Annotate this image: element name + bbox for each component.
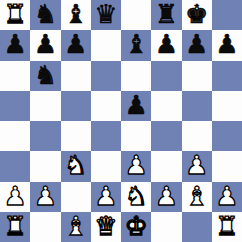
square-f3[interactable] xyxy=(151,151,181,181)
square-a1[interactable]: ♜ xyxy=(0,212,30,242)
square-d4[interactable] xyxy=(91,121,121,151)
black-pawn[interactable]: ♟ xyxy=(155,30,178,59)
square-b3[interactable] xyxy=(30,151,60,181)
square-g2[interactable]: ♝ xyxy=(182,182,212,212)
square-a2[interactable]: ♟ xyxy=(0,182,30,212)
square-c5[interactable] xyxy=(61,91,91,121)
square-g1[interactable] xyxy=(182,212,212,242)
square-d5[interactable] xyxy=(91,91,121,121)
square-e1[interactable]: ♚ xyxy=(121,212,151,242)
white-pawn[interactable]: ♟ xyxy=(124,151,147,180)
white-pawn[interactable]: ♟ xyxy=(215,182,238,211)
white-bishop[interactable]: ♝ xyxy=(185,182,208,211)
black-bishop[interactable]: ♝ xyxy=(64,0,87,29)
square-c4[interactable] xyxy=(61,121,91,151)
square-d6[interactable] xyxy=(91,61,121,91)
square-a8[interactable]: ♜ xyxy=(0,0,30,30)
white-rook[interactable]: ♜ xyxy=(3,0,26,29)
black-knight[interactable]: ♞ xyxy=(34,0,57,29)
white-king[interactable]: ♚ xyxy=(124,212,147,241)
square-e6[interactable] xyxy=(121,61,151,91)
square-h1[interactable]: ♜ xyxy=(212,212,242,242)
square-a6[interactable] xyxy=(0,61,30,91)
square-g3[interactable]: ♟ xyxy=(182,151,212,181)
square-g6[interactable] xyxy=(182,61,212,91)
square-d7[interactable] xyxy=(91,30,121,60)
square-f4[interactable] xyxy=(151,121,181,151)
square-b2[interactable]: ♟ xyxy=(30,182,60,212)
square-a5[interactable] xyxy=(0,91,30,121)
black-rook[interactable]: ♜ xyxy=(155,0,178,29)
black-queen[interactable]: ♛ xyxy=(94,0,117,29)
square-g8[interactable]: ♚ xyxy=(182,0,212,30)
square-d8[interactable]: ♛ xyxy=(91,0,121,30)
square-f7[interactable]: ♟ xyxy=(151,30,181,60)
square-d3[interactable] xyxy=(91,151,121,181)
square-c3[interactable]: ♞ xyxy=(61,151,91,181)
white-knight[interactable]: ♞ xyxy=(64,151,87,180)
square-c7[interactable]: ♟ xyxy=(61,30,91,60)
black-pawn[interactable]: ♟ xyxy=(124,91,147,120)
square-c6[interactable] xyxy=(61,61,91,91)
square-f8[interactable]: ♜ xyxy=(151,0,181,30)
square-h3[interactable] xyxy=(212,151,242,181)
square-a4[interactable] xyxy=(0,121,30,151)
square-b8[interactable]: ♞ xyxy=(30,0,60,30)
square-h8[interactable] xyxy=(212,0,242,30)
square-b6[interactable]: ♞ xyxy=(30,61,60,91)
black-bishop[interactable]: ♝ xyxy=(124,30,147,59)
square-e4[interactable] xyxy=(121,121,151,151)
square-h6[interactable] xyxy=(212,61,242,91)
black-pawn[interactable]: ♟ xyxy=(185,30,208,59)
black-pawn[interactable]: ♟ xyxy=(64,30,87,59)
square-g4[interactable] xyxy=(182,121,212,151)
square-c1[interactable]: ♝ xyxy=(61,212,91,242)
black-pawn[interactable]: ♟ xyxy=(215,30,238,59)
square-e3[interactable]: ♟ xyxy=(121,151,151,181)
black-pawn[interactable]: ♟ xyxy=(34,30,57,59)
square-h5[interactable] xyxy=(212,91,242,121)
square-f2[interactable]: ♟ xyxy=(151,182,181,212)
square-h7[interactable]: ♟ xyxy=(212,30,242,60)
square-e5[interactable]: ♟ xyxy=(121,91,151,121)
square-h4[interactable] xyxy=(212,121,242,151)
square-c2[interactable] xyxy=(61,182,91,212)
square-d2[interactable]: ♟ xyxy=(91,182,121,212)
square-b1[interactable] xyxy=(30,212,60,242)
square-g5[interactable] xyxy=(182,91,212,121)
white-queen[interactable]: ♛ xyxy=(94,212,117,241)
square-e8[interactable] xyxy=(121,0,151,30)
square-f6[interactable] xyxy=(151,61,181,91)
black-king[interactable]: ♚ xyxy=(185,0,208,29)
white-pawn[interactable]: ♟ xyxy=(94,182,117,211)
white-bishop[interactable]: ♝ xyxy=(64,212,87,241)
square-b4[interactable] xyxy=(30,121,60,151)
black-knight[interactable]: ♞ xyxy=(34,61,57,90)
square-a3[interactable] xyxy=(0,151,30,181)
white-knight[interactable]: ♞ xyxy=(124,182,147,211)
square-f1[interactable] xyxy=(151,212,181,242)
square-c8[interactable]: ♝ xyxy=(61,0,91,30)
white-pawn[interactable]: ♟ xyxy=(3,182,26,211)
black-pawn[interactable]: ♟ xyxy=(3,30,26,59)
white-rook[interactable]: ♜ xyxy=(3,212,26,241)
white-rook[interactable]: ♜ xyxy=(215,212,238,241)
chess-board: ♜♞♝♛♜♚♟♟♟♝♟♟♟♞♟♞♟♟♟♟♟♞♟♝♟♜♝♛♚♜ xyxy=(0,0,242,242)
white-pawn[interactable]: ♟ xyxy=(185,151,208,180)
square-a7[interactable]: ♟ xyxy=(0,30,30,60)
square-d1[interactable]: ♛ xyxy=(91,212,121,242)
square-f5[interactable] xyxy=(151,91,181,121)
square-g7[interactable]: ♟ xyxy=(182,30,212,60)
square-h2[interactable]: ♟ xyxy=(212,182,242,212)
white-pawn[interactable]: ♟ xyxy=(34,182,57,211)
white-pawn[interactable]: ♟ xyxy=(155,182,178,211)
square-b5[interactable] xyxy=(30,91,60,121)
square-b7[interactable]: ♟ xyxy=(30,30,60,60)
square-e2[interactable]: ♞ xyxy=(121,182,151,212)
square-e7[interactable]: ♝ xyxy=(121,30,151,60)
